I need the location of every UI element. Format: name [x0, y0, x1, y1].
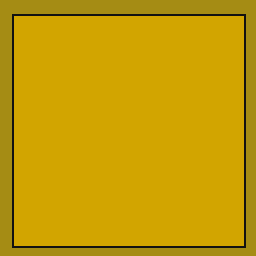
file-labels	[14, 0, 244, 13]
shogi-board[interactable]	[12, 14, 246, 248]
